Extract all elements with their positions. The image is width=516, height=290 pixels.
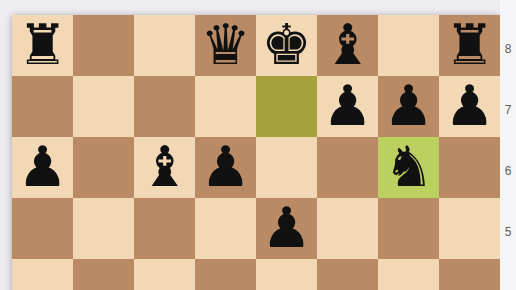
- square-h6[interactable]: [439, 137, 500, 198]
- square-f8[interactable]: ♝: [317, 15, 378, 76]
- rank-coordinate-strip: 8765: [500, 0, 516, 290]
- square-g4[interactable]: [378, 259, 439, 290]
- rank-label-8: 8: [500, 43, 516, 56]
- square-d8[interactable]: ♛: [195, 15, 256, 76]
- square-a7[interactable]: [12, 76, 73, 137]
- square-e4[interactable]: [256, 259, 317, 290]
- square-c8[interactable]: [134, 15, 195, 76]
- square-e7-last-move-from[interactable]: [256, 76, 317, 137]
- piece-black-pawn[interactable]: ♟: [261, 198, 311, 258]
- square-a4[interactable]: [12, 259, 73, 290]
- square-b8[interactable]: [73, 15, 134, 76]
- square-h8[interactable]: ♜: [439, 15, 500, 76]
- square-b5[interactable]: [73, 198, 134, 259]
- square-d4[interactable]: [195, 259, 256, 290]
- square-e6[interactable]: [256, 137, 317, 198]
- square-b4[interactable]: [73, 259, 134, 290]
- square-d5[interactable]: [195, 198, 256, 259]
- square-d6[interactable]: ♟: [195, 137, 256, 198]
- square-a8[interactable]: ♜: [12, 15, 73, 76]
- square-e5[interactable]: ♟: [256, 198, 317, 259]
- square-c5[interactable]: [134, 198, 195, 259]
- rank-label-7: 7: [500, 104, 516, 117]
- square-c6[interactable]: ♝: [134, 137, 195, 198]
- square-g5[interactable]: [378, 198, 439, 259]
- square-d7[interactable]: [195, 76, 256, 137]
- piece-black-pawn[interactable]: ♟: [444, 76, 494, 136]
- chess-board: ♜♛♚♝♜♟♟♟♟♝♟♞♟: [12, 15, 500, 290]
- square-a6[interactable]: ♟: [12, 137, 73, 198]
- rank-label-5: 5: [500, 226, 516, 239]
- square-e8[interactable]: ♚: [256, 15, 317, 76]
- piece-black-bishop[interactable]: ♝: [139, 137, 189, 197]
- piece-black-queen[interactable]: ♛: [200, 15, 250, 75]
- piece-black-rook[interactable]: ♜: [17, 15, 67, 75]
- square-g8[interactable]: [378, 15, 439, 76]
- square-g6-last-move-to[interactable]: ♞: [378, 137, 439, 198]
- piece-black-king[interactable]: ♚: [261, 15, 311, 75]
- screenshot-root: { "game": "chess", "position": { "fen_ra…: [0, 0, 516, 290]
- square-h4[interactable]: [439, 259, 500, 290]
- square-g7[interactable]: ♟: [378, 76, 439, 137]
- square-c4[interactable]: [134, 259, 195, 290]
- piece-black-pawn[interactable]: ♟: [200, 137, 250, 197]
- chess-app-viewport: ♜♛♚♝♜♟♟♟♟♝♟♞♟ 8765: [0, 0, 516, 290]
- square-c7[interactable]: [134, 76, 195, 137]
- square-f6[interactable]: [317, 137, 378, 198]
- square-f5[interactable]: [317, 198, 378, 259]
- piece-black-rook[interactable]: ♜: [444, 15, 494, 75]
- piece-black-bishop[interactable]: ♝: [322, 15, 372, 75]
- square-h5[interactable]: [439, 198, 500, 259]
- square-b7[interactable]: [73, 76, 134, 137]
- rank-label-6: 6: [500, 165, 516, 178]
- piece-black-knight[interactable]: ♞: [383, 137, 433, 197]
- piece-black-pawn[interactable]: ♟: [17, 137, 67, 197]
- square-b6[interactable]: [73, 137, 134, 198]
- piece-black-pawn[interactable]: ♟: [322, 76, 372, 136]
- square-f7[interactable]: ♟: [317, 76, 378, 137]
- square-a5[interactable]: [12, 198, 73, 259]
- square-h7[interactable]: ♟: [439, 76, 500, 137]
- square-f4[interactable]: [317, 259, 378, 290]
- piece-black-pawn[interactable]: ♟: [383, 76, 433, 136]
